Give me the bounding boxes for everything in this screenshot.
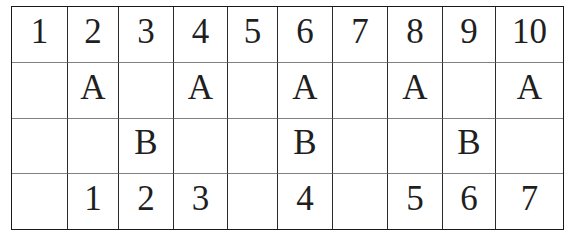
cell-r2c7	[333, 63, 388, 119]
cell-r2c3	[119, 63, 174, 119]
cell-r3c5	[228, 119, 278, 174]
cell-r4c5	[228, 174, 278, 229]
cell-r3c8	[388, 119, 443, 174]
cell-r2c2: A	[68, 63, 119, 119]
cell-r3c1	[12, 119, 68, 174]
cell-r2c5	[228, 63, 278, 119]
cell-r3c2	[68, 119, 119, 174]
cell-r1c3: 3	[119, 7, 174, 63]
cell-r2c1	[12, 63, 68, 119]
cell-r3c6: B	[278, 119, 333, 174]
cell-r2c9	[443, 63, 496, 119]
cell-r1c7: 7	[333, 7, 388, 63]
cell-r3c9: B	[443, 119, 496, 174]
cell-r4c2: 1	[68, 174, 119, 229]
cell-r4c9: 6	[443, 174, 496, 229]
cell-r4c4: 3	[174, 174, 228, 229]
cell-r1c9: 9	[443, 7, 496, 63]
cell-r4c7	[333, 174, 388, 229]
cell-r1c8: 8	[388, 7, 443, 63]
cell-r4c8: 5	[388, 174, 443, 229]
cell-r4c10: 7	[496, 174, 563, 229]
cell-r1c6: 6	[278, 7, 333, 63]
cell-r1c1: 1	[12, 7, 68, 63]
cell-r4c3: 2	[119, 174, 174, 229]
cell-r2c4: A	[174, 63, 228, 119]
cell-r3c3: B	[119, 119, 174, 174]
cell-r4c6: 4	[278, 174, 333, 229]
cell-r1c10: 10	[496, 7, 563, 63]
cell-r2c10: A	[496, 63, 563, 119]
puzzle-table: 1 2 3 4 5 6 7 8 9 10 A A A A A B B B 1 2…	[11, 6, 564, 230]
cell-r4c1	[12, 174, 68, 229]
cell-r1c4: 4	[174, 7, 228, 63]
cell-r2c6: A	[278, 63, 333, 119]
cell-r3c4	[174, 119, 228, 174]
cell-r3c10	[496, 119, 563, 174]
cell-r2c8: A	[388, 63, 443, 119]
cell-r1c5: 5	[228, 7, 278, 63]
cell-r1c2: 2	[68, 7, 119, 63]
cell-r3c7	[333, 119, 388, 174]
